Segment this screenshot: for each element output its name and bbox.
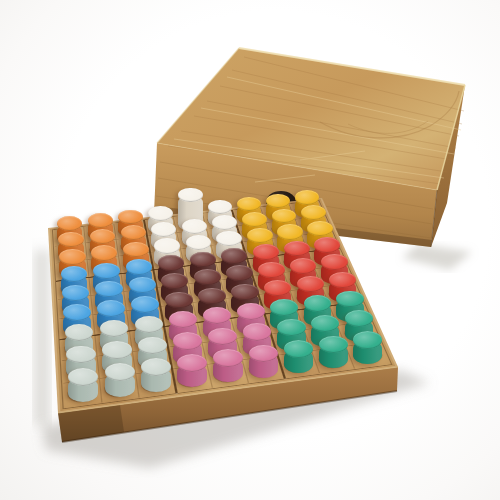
board-sides (0, 0, 500, 500)
product-photo-scene (0, 0, 500, 500)
board-front-left-shade (58, 405, 124, 442)
